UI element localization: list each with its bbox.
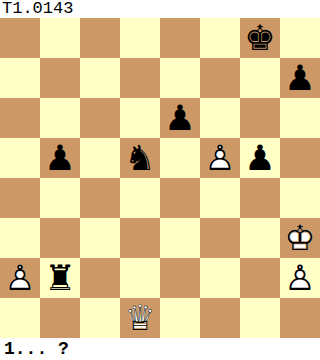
square-b3[interactable] (40, 218, 80, 258)
square-a6[interactable] (0, 98, 40, 138)
piece-black-pawn: ♟ (240, 138, 280, 178)
square-d5[interactable]: ♞ (120, 138, 160, 178)
square-a5[interactable] (0, 138, 40, 178)
square-e2[interactable] (160, 258, 200, 298)
square-h4[interactable] (280, 178, 320, 218)
square-c4[interactable] (80, 178, 120, 218)
square-a4[interactable] (0, 178, 40, 218)
square-e1[interactable] (160, 298, 200, 338)
square-e3[interactable] (160, 218, 200, 258)
move-prompt-label: 1... ? (0, 338, 320, 360)
square-f1[interactable] (200, 298, 240, 338)
square-g8[interactable]: ♚ (240, 18, 280, 58)
square-c5[interactable] (80, 138, 120, 178)
square-f3[interactable] (200, 218, 240, 258)
square-e5[interactable] (160, 138, 200, 178)
piece-white-pawn: ♙ (0, 258, 40, 298)
piece-white-queen: ♕ (120, 298, 160, 338)
square-b4[interactable] (40, 178, 80, 218)
piece-white-queen-fill: ♛ (120, 298, 160, 338)
square-e6[interactable]: ♟ (160, 98, 200, 138)
square-d6[interactable] (120, 98, 160, 138)
square-g1[interactable] (240, 298, 280, 338)
piece-black-knight: ♞ (120, 138, 160, 178)
square-b2[interactable]: ♜ (40, 258, 80, 298)
square-f8[interactable] (200, 18, 240, 58)
square-a3[interactable] (0, 218, 40, 258)
chess-trainer-screen: T1.0143 ♚♟♟♟♞♟♙♟♚♔♟♙♜♟♙♛♕ 1... ? (0, 0, 320, 360)
piece-black-king: ♚ (240, 18, 280, 58)
square-b6[interactable] (40, 98, 80, 138)
square-g3[interactable] (240, 218, 280, 258)
square-d4[interactable] (120, 178, 160, 218)
piece-white-king: ♔ (280, 218, 320, 258)
square-a7[interactable] (0, 58, 40, 98)
square-a8[interactable] (0, 18, 40, 58)
square-c1[interactable] (80, 298, 120, 338)
piece-black-pawn: ♟ (280, 58, 320, 98)
chess-board: ♚♟♟♟♞♟♙♟♚♔♟♙♜♟♙♛♕ (0, 18, 320, 338)
square-a1[interactable] (0, 298, 40, 338)
square-d3[interactable] (120, 218, 160, 258)
square-g5[interactable]: ♟ (240, 138, 280, 178)
square-f4[interactable] (200, 178, 240, 218)
square-g7[interactable] (240, 58, 280, 98)
square-h2[interactable]: ♟♙ (280, 258, 320, 298)
square-c8[interactable] (80, 18, 120, 58)
piece-white-pawn: ♙ (200, 138, 240, 178)
piece-white-pawn-fill: ♟ (200, 138, 240, 178)
square-c2[interactable] (80, 258, 120, 298)
square-a2[interactable]: ♟♙ (0, 258, 40, 298)
square-e8[interactable] (160, 18, 200, 58)
piece-white-pawn: ♙ (280, 258, 320, 298)
square-c3[interactable] (80, 218, 120, 258)
square-d8[interactable] (120, 18, 160, 58)
square-b1[interactable] (40, 298, 80, 338)
square-f2[interactable] (200, 258, 240, 298)
piece-white-king-fill: ♚ (280, 218, 320, 258)
square-b7[interactable] (40, 58, 80, 98)
piece-white-pawn-fill: ♟ (0, 258, 40, 298)
piece-black-pawn: ♟ (160, 98, 200, 138)
square-h7[interactable]: ♟ (280, 58, 320, 98)
square-g4[interactable] (240, 178, 280, 218)
square-g6[interactable] (240, 98, 280, 138)
square-c7[interactable] (80, 58, 120, 98)
square-b5[interactable]: ♟ (40, 138, 80, 178)
piece-white-pawn-fill: ♟ (280, 258, 320, 298)
square-c6[interactable] (80, 98, 120, 138)
square-f5[interactable]: ♟♙ (200, 138, 240, 178)
square-d7[interactable] (120, 58, 160, 98)
square-e4[interactable] (160, 178, 200, 218)
square-f7[interactable] (200, 58, 240, 98)
puzzle-id-label: T1.0143 (0, 0, 320, 18)
square-d2[interactable] (120, 258, 160, 298)
square-e7[interactable] (160, 58, 200, 98)
piece-black-pawn: ♟ (40, 138, 80, 178)
square-h8[interactable] (280, 18, 320, 58)
square-b8[interactable] (40, 18, 80, 58)
square-d1[interactable]: ♛♕ (120, 298, 160, 338)
square-h1[interactable] (280, 298, 320, 338)
square-h5[interactable] (280, 138, 320, 178)
square-f6[interactable] (200, 98, 240, 138)
piece-black-rook: ♜ (40, 258, 80, 298)
square-h6[interactable] (280, 98, 320, 138)
square-h3[interactable]: ♚♔ (280, 218, 320, 258)
square-g2[interactable] (240, 258, 280, 298)
